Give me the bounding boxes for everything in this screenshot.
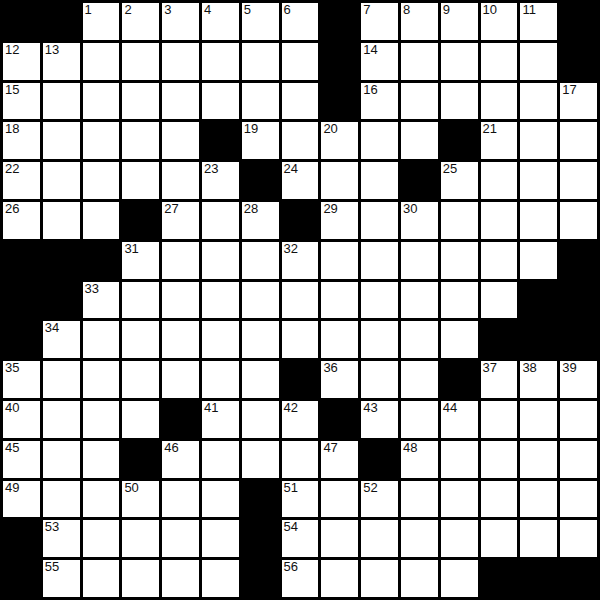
clue-number-15: 15 [5, 83, 19, 97]
white-cell-r12c1[interactable] [43, 481, 80, 518]
white-cell-r13c10[interactable] [401, 520, 438, 557]
white-cell-r4c8[interactable] [321, 162, 358, 199]
white-cell-r11c10[interactable]: 48 [401, 441, 438, 478]
white-cell-r4c11[interactable]: 25 [441, 162, 478, 199]
clue-number-1: 1 [85, 3, 92, 17]
black-cell-r7c1 [43, 282, 80, 319]
black-cell-r10c4 [162, 401, 199, 438]
white-cell-r0c5[interactable]: 4 [202, 3, 239, 40]
clue-number-9: 9 [443, 3, 450, 17]
white-cell-r7c6[interactable] [242, 282, 279, 319]
clue-number-47: 47 [323, 441, 337, 455]
white-cell-r13c1[interactable]: 53 [43, 520, 80, 557]
white-cell-r7c8[interactable] [321, 282, 358, 319]
black-cell-r9c7 [282, 361, 319, 398]
white-cell-r9c1[interactable] [43, 361, 80, 398]
white-cell-r6c7[interactable]: 32 [282, 242, 319, 279]
clue-number-37: 37 [483, 361, 497, 375]
white-cell-r4c5[interactable]: 23 [202, 162, 239, 199]
black-cell-r5c3 [122, 202, 159, 239]
white-cell-r4c7[interactable]: 24 [282, 162, 319, 199]
white-cell-r4c2[interactable] [83, 162, 120, 199]
white-cell-r13c13[interactable] [520, 520, 557, 557]
white-cell-r12c4[interactable] [162, 481, 199, 518]
white-cell-r1c12[interactable] [481, 43, 518, 80]
white-cell-r0c9[interactable]: 7 [361, 3, 398, 40]
white-cell-r8c1[interactable]: 34 [43, 321, 80, 358]
clue-number-24: 24 [284, 162, 298, 176]
white-cell-r9c5[interactable] [202, 361, 239, 398]
black-cell-r12c6 [242, 481, 279, 518]
black-cell-r6c14 [560, 242, 597, 279]
white-cell-r2c1[interactable] [43, 83, 80, 120]
clue-number-21: 21 [483, 122, 497, 136]
white-cell-r0c11[interactable]: 9 [441, 3, 478, 40]
clue-number-7: 7 [363, 3, 370, 17]
black-cell-r1c14 [560, 43, 597, 80]
white-cell-r6c11[interactable] [441, 242, 478, 279]
white-cell-r1c3[interactable] [122, 43, 159, 80]
white-cell-r5c8[interactable]: 29 [321, 202, 358, 239]
white-cell-r14c10[interactable] [401, 560, 438, 597]
white-cell-r13c7[interactable]: 54 [282, 520, 319, 557]
clue-number-54: 54 [284, 520, 298, 534]
white-cell-r11c5[interactable] [202, 441, 239, 478]
white-cell-r12c9[interactable]: 52 [361, 481, 398, 518]
white-cell-r2c4[interactable] [162, 83, 199, 120]
white-cell-r1c7[interactable] [282, 43, 319, 80]
white-cell-r7c10[interactable] [401, 282, 438, 319]
black-cell-r8c12 [481, 321, 518, 358]
black-cell-r14c12 [481, 560, 518, 597]
white-cell-r6c9[interactable] [361, 242, 398, 279]
clue-number-23: 23 [204, 162, 218, 176]
white-cell-r6c5[interactable] [202, 242, 239, 279]
white-cell-r10c11[interactable]: 44 [441, 401, 478, 438]
clue-number-3: 3 [164, 3, 171, 17]
clue-number-19: 19 [244, 122, 258, 136]
black-cell-r7c0 [3, 282, 40, 319]
white-cell-r11c1[interactable] [43, 441, 80, 478]
white-cell-r7c9[interactable] [361, 282, 398, 319]
white-cell-r0c10[interactable]: 8 [401, 3, 438, 40]
white-cell-r4c9[interactable] [361, 162, 398, 199]
clue-number-35: 35 [5, 361, 19, 375]
white-cell-r8c11[interactable] [441, 321, 478, 358]
white-cell-r3c7[interactable] [282, 122, 319, 159]
black-cell-r8c0 [3, 321, 40, 358]
black-cell-r7c13 [520, 282, 557, 319]
white-cell-r4c3[interactable] [122, 162, 159, 199]
clue-number-26: 26 [5, 202, 19, 216]
white-cell-r13c5[interactable] [202, 520, 239, 557]
white-cell-r0c2[interactable]: 1 [83, 3, 120, 40]
clue-number-17: 17 [562, 83, 576, 97]
white-cell-r3c9[interactable] [361, 122, 398, 159]
white-cell-r10c7[interactable]: 42 [282, 401, 319, 438]
white-cell-r1c9[interactable]: 14 [361, 43, 398, 80]
white-cell-r2c6[interactable] [242, 83, 279, 120]
clue-number-27: 27 [164, 202, 178, 216]
black-cell-r14c6 [242, 560, 279, 597]
white-cell-r5c4[interactable]: 27 [162, 202, 199, 239]
white-cell-r13c11[interactable] [441, 520, 478, 557]
clue-number-5: 5 [244, 3, 251, 17]
clue-number-4: 4 [204, 3, 211, 17]
white-cell-r12c8[interactable] [321, 481, 358, 518]
black-cell-r7c14 [560, 282, 597, 319]
white-cell-r11c0[interactable]: 45 [3, 441, 40, 478]
white-cell-r2c9[interactable]: 16 [361, 83, 398, 120]
white-cell-r10c14[interactable] [560, 401, 597, 438]
black-cell-r11c3 [122, 441, 159, 478]
white-cell-r1c11[interactable] [441, 43, 478, 80]
white-cell-r1c0[interactable]: 12 [3, 43, 40, 80]
clue-number-30: 30 [403, 202, 417, 216]
black-cell-r9c11 [441, 361, 478, 398]
white-cell-r7c4[interactable] [162, 282, 199, 319]
white-cell-r8c10[interactable] [401, 321, 438, 358]
white-cell-r6c13[interactable] [520, 242, 557, 279]
white-cell-r9c0[interactable]: 35 [3, 361, 40, 398]
white-cell-r9c13[interactable]: 38 [520, 361, 557, 398]
clue-number-51: 51 [284, 481, 298, 495]
white-cell-r3c6[interactable]: 19 [242, 122, 279, 159]
white-cell-r12c7[interactable]: 51 [282, 481, 319, 518]
white-cell-r3c10[interactable] [401, 122, 438, 159]
white-cell-r12c12[interactable] [481, 481, 518, 518]
black-cell-r0c0 [3, 3, 40, 40]
white-cell-r10c6[interactable] [242, 401, 279, 438]
white-cell-r0c4[interactable]: 3 [162, 3, 199, 40]
black-cell-r14c0 [3, 560, 40, 597]
clue-number-43: 43 [363, 401, 377, 415]
black-cell-r6c0 [3, 242, 40, 279]
white-cell-r0c7[interactable]: 6 [282, 3, 319, 40]
white-cell-r6c8[interactable] [321, 242, 358, 279]
white-cell-r11c14[interactable] [560, 441, 597, 478]
black-cell-r0c14 [560, 3, 597, 40]
black-cell-r11c9 [361, 441, 398, 478]
black-cell-r3c5 [202, 122, 239, 159]
white-cell-r13c2[interactable] [83, 520, 120, 557]
black-cell-r0c1 [43, 3, 80, 40]
white-cell-r4c0[interactable]: 22 [3, 162, 40, 199]
white-cell-r3c3[interactable] [122, 122, 159, 159]
clue-number-46: 46 [164, 441, 178, 455]
crossword-board: 1234567891011121314151617181920212223242… [0, 0, 600, 600]
white-cell-r13c14[interactable] [560, 520, 597, 557]
white-cell-r11c11[interactable] [441, 441, 478, 478]
white-cell-r6c12[interactable] [481, 242, 518, 279]
clue-number-32: 32 [284, 242, 298, 256]
white-cell-r0c3[interactable]: 2 [122, 3, 159, 40]
white-cell-r6c4[interactable] [162, 242, 199, 279]
clue-number-8: 8 [403, 3, 410, 17]
white-cell-r8c5[interactable] [202, 321, 239, 358]
white-cell-r14c2[interactable] [83, 560, 120, 597]
black-cell-r14c13 [520, 560, 557, 597]
white-cell-r14c4[interactable] [162, 560, 199, 597]
white-cell-r8c7[interactable] [282, 321, 319, 358]
white-cell-r10c13[interactable] [520, 401, 557, 438]
white-cell-r12c2[interactable] [83, 481, 120, 518]
white-cell-r14c8[interactable] [321, 560, 358, 597]
white-cell-r9c2[interactable] [83, 361, 120, 398]
clue-number-45: 45 [5, 441, 19, 455]
clue-number-14: 14 [363, 43, 377, 57]
white-cell-r5c0[interactable]: 26 [3, 202, 40, 239]
white-cell-r13c12[interactable] [481, 520, 518, 557]
white-cell-r14c11[interactable] [441, 560, 478, 597]
clue-number-12: 12 [5, 43, 19, 57]
white-cell-r7c2[interactable]: 33 [83, 282, 120, 319]
white-cell-r8c8[interactable] [321, 321, 358, 358]
white-cell-r2c12[interactable] [481, 83, 518, 120]
white-cell-r10c3[interactable] [122, 401, 159, 438]
white-cell-r7c3[interactable] [122, 282, 159, 319]
clue-number-18: 18 [5, 122, 19, 136]
white-cell-r1c10[interactable] [401, 43, 438, 80]
white-cell-r7c5[interactable] [202, 282, 239, 319]
white-cell-r1c4[interactable] [162, 43, 199, 80]
black-cell-r1c8 [321, 43, 358, 80]
clue-number-13: 13 [45, 43, 59, 57]
white-cell-r6c6[interactable] [242, 242, 279, 279]
black-cell-r10c8 [321, 401, 358, 438]
white-cell-r3c13[interactable] [520, 122, 557, 159]
white-cell-r9c10[interactable] [401, 361, 438, 398]
white-cell-r8c2[interactable] [83, 321, 120, 358]
white-cell-r4c4[interactable] [162, 162, 199, 199]
black-cell-r8c13 [520, 321, 557, 358]
white-cell-r9c3[interactable] [122, 361, 159, 398]
white-cell-r9c14[interactable]: 39 [560, 361, 597, 398]
white-cell-r10c1[interactable] [43, 401, 80, 438]
white-cell-r11c4[interactable]: 46 [162, 441, 199, 478]
black-cell-r4c10 [401, 162, 438, 199]
white-cell-r0c12[interactable]: 10 [481, 3, 518, 40]
black-cell-r6c1 [43, 242, 80, 279]
white-cell-r10c9[interactable]: 43 [361, 401, 398, 438]
clue-number-33: 33 [85, 282, 99, 296]
white-cell-r4c12[interactable] [481, 162, 518, 199]
white-cell-r9c4[interactable] [162, 361, 199, 398]
white-cell-r12c11[interactable] [441, 481, 478, 518]
black-cell-r14c14 [560, 560, 597, 597]
clue-number-55: 55 [45, 560, 59, 574]
clue-number-34: 34 [45, 321, 59, 335]
white-cell-r2c0[interactable]: 15 [3, 83, 40, 120]
white-cell-r13c8[interactable] [321, 520, 358, 557]
black-cell-r4c6 [242, 162, 279, 199]
white-cell-r14c1[interactable]: 55 [43, 560, 80, 597]
clue-number-38: 38 [522, 361, 536, 375]
white-cell-r5c9[interactable] [361, 202, 398, 239]
white-cell-r3c1[interactable] [43, 122, 80, 159]
white-cell-r1c6[interactable] [242, 43, 279, 80]
white-cell-r10c5[interactable]: 41 [202, 401, 239, 438]
clue-number-11: 11 [522, 3, 536, 17]
white-cell-r14c7[interactable]: 56 [282, 560, 319, 597]
clue-number-52: 52 [363, 481, 377, 495]
white-cell-r11c2[interactable] [83, 441, 120, 478]
clue-number-42: 42 [284, 401, 298, 415]
white-cell-r9c12[interactable]: 37 [481, 361, 518, 398]
white-cell-r14c3[interactable] [122, 560, 159, 597]
white-cell-r10c12[interactable] [481, 401, 518, 438]
white-cell-r7c12[interactable] [481, 282, 518, 319]
white-cell-r14c9[interactable] [361, 560, 398, 597]
white-cell-r9c9[interactable] [361, 361, 398, 398]
white-cell-r8c9[interactable] [361, 321, 398, 358]
white-cell-r12c13[interactable] [520, 481, 557, 518]
black-cell-r13c6 [242, 520, 279, 557]
white-cell-r2c11[interactable] [441, 83, 478, 120]
clue-number-41: 41 [204, 401, 218, 415]
white-cell-r2c2[interactable] [83, 83, 120, 120]
white-cell-r8c4[interactable] [162, 321, 199, 358]
clue-number-2: 2 [124, 3, 131, 17]
white-cell-r5c10[interactable]: 30 [401, 202, 438, 239]
black-cell-r3c11 [441, 122, 478, 159]
white-cell-r8c6[interactable] [242, 321, 279, 358]
white-cell-r13c4[interactable] [162, 520, 199, 557]
white-cell-r4c1[interactable] [43, 162, 80, 199]
white-cell-r2c13[interactable] [520, 83, 557, 120]
white-cell-r3c2[interactable] [83, 122, 120, 159]
clue-number-28: 28 [244, 202, 258, 216]
white-cell-r5c2[interactable] [83, 202, 120, 239]
clue-number-49: 49 [5, 481, 19, 495]
black-cell-r6c2 [83, 242, 120, 279]
white-cell-r2c3[interactable] [122, 83, 159, 120]
clue-number-36: 36 [323, 361, 337, 375]
white-cell-r5c1[interactable] [43, 202, 80, 239]
white-cell-r9c6[interactable] [242, 361, 279, 398]
white-cell-r1c13[interactable] [520, 43, 557, 80]
clue-number-20: 20 [323, 122, 337, 136]
clue-number-22: 22 [5, 162, 19, 176]
white-cell-r4c13[interactable] [520, 162, 557, 199]
white-cell-r1c2[interactable] [83, 43, 120, 80]
white-cell-r3c14[interactable] [560, 122, 597, 159]
clue-number-53: 53 [45, 520, 59, 534]
white-cell-r2c5[interactable] [202, 83, 239, 120]
white-cell-r5c6[interactable]: 28 [242, 202, 279, 239]
clue-number-56: 56 [284, 560, 298, 574]
white-cell-r3c8[interactable]: 20 [321, 122, 358, 159]
white-cell-r5c11[interactable] [441, 202, 478, 239]
black-cell-r5c7 [282, 202, 319, 239]
white-cell-r11c8[interactable]: 47 [321, 441, 358, 478]
white-cell-r12c14[interactable] [560, 481, 597, 518]
white-cell-r12c0[interactable]: 49 [3, 481, 40, 518]
clue-number-50: 50 [124, 481, 138, 495]
white-cell-r5c14[interactable] [560, 202, 597, 239]
white-cell-r1c1[interactable]: 13 [43, 43, 80, 80]
white-cell-r2c14[interactable]: 17 [560, 83, 597, 120]
white-cell-r5c13[interactable] [520, 202, 557, 239]
clue-number-44: 44 [443, 401, 457, 415]
white-cell-r7c7[interactable] [282, 282, 319, 319]
clue-number-16: 16 [363, 83, 377, 97]
white-cell-r2c10[interactable] [401, 83, 438, 120]
white-cell-r5c12[interactable] [481, 202, 518, 239]
white-cell-r13c3[interactable] [122, 520, 159, 557]
white-cell-r11c7[interactable] [282, 441, 319, 478]
white-cell-r0c13[interactable]: 11 [520, 3, 557, 40]
clue-number-29: 29 [323, 202, 337, 216]
clue-number-6: 6 [284, 3, 291, 17]
white-cell-r11c13[interactable] [520, 441, 557, 478]
white-cell-r0c6[interactable]: 5 [242, 3, 279, 40]
white-cell-r3c0[interactable]: 18 [3, 122, 40, 159]
white-cell-r8c3[interactable] [122, 321, 159, 358]
white-cell-r3c12[interactable]: 21 [481, 122, 518, 159]
white-cell-r9c8[interactable]: 36 [321, 361, 358, 398]
white-cell-r3c4[interactable] [162, 122, 199, 159]
white-cell-r1c5[interactable] [202, 43, 239, 80]
black-cell-r13c0 [3, 520, 40, 557]
white-cell-r5c5[interactable] [202, 202, 239, 239]
black-cell-r8c14 [560, 321, 597, 358]
white-cell-r6c3[interactable]: 31 [122, 242, 159, 279]
black-cell-r2c8 [321, 83, 358, 120]
white-cell-r11c6[interactable] [242, 441, 279, 478]
white-cell-r12c5[interactable] [202, 481, 239, 518]
white-cell-r10c2[interactable] [83, 401, 120, 438]
white-cell-r12c3[interactable]: 50 [122, 481, 159, 518]
clue-number-40: 40 [5, 401, 19, 415]
clue-number-31: 31 [124, 242, 138, 256]
clue-number-48: 48 [403, 441, 417, 455]
white-cell-r11c12[interactable] [481, 441, 518, 478]
white-cell-r14c5[interactable] [202, 560, 239, 597]
white-cell-r4c14[interactable] [560, 162, 597, 199]
clue-number-25: 25 [443, 162, 457, 176]
white-cell-r2c7[interactable] [282, 83, 319, 120]
white-cell-r6c10[interactable] [401, 242, 438, 279]
white-cell-r7c11[interactable] [441, 282, 478, 319]
black-cell-r0c8 [321, 3, 358, 40]
clue-number-10: 10 [483, 3, 497, 17]
clue-number-39: 39 [562, 361, 576, 375]
white-cell-r10c0[interactable]: 40 [3, 401, 40, 438]
white-cell-r13c9[interactable] [361, 520, 398, 557]
white-cell-r12c10[interactable] [401, 481, 438, 518]
white-cell-r10c10[interactable] [401, 401, 438, 438]
